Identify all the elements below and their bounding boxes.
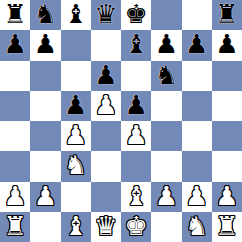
square-h5[interactable] [212,91,242,121]
square-b7[interactable]: ♟ [30,30,60,60]
white-pawn[interactable]: ♟ [215,183,238,209]
white-bishop[interactable]: ♝ [124,183,147,209]
square-f1[interactable] [151,212,181,242]
square-d6[interactable]: ♟ [91,61,121,91]
black-pawn[interactable]: ♟ [185,31,208,57]
square-a2[interactable]: ♟ [0,182,30,212]
white-pawn[interactable]: ♟ [3,183,26,209]
square-e7[interactable]: ♝ [121,30,151,60]
square-c7[interactable] [61,30,91,60]
white-pawn[interactable]: ♟ [155,183,178,209]
square-h4[interactable] [212,121,242,151]
square-c4[interactable]: ♟ [61,121,91,151]
square-c1[interactable]: ♝ [61,212,91,242]
square-g5[interactable] [182,91,212,121]
square-b2[interactable]: ♟ [30,182,60,212]
black-pawn[interactable]: ♟ [215,31,238,57]
square-c8[interactable]: ♝ [61,0,91,30]
square-g7[interactable]: ♟ [182,30,212,60]
black-knight[interactable]: ♞ [155,62,178,88]
square-c5[interactable]: ♟ [61,91,91,121]
square-e5[interactable]: ♟ [121,91,151,121]
square-f7[interactable]: ♟ [151,30,181,60]
square-c3[interactable]: ♞ [61,151,91,181]
square-f3[interactable] [151,151,181,181]
white-queen[interactable]: ♛ [94,213,117,239]
square-h3[interactable] [212,151,242,181]
square-f4[interactable] [151,121,181,151]
square-d7[interactable] [91,30,121,60]
white-pawn[interactable]: ♟ [94,92,117,118]
black-king[interactable]: ♚ [124,1,147,27]
square-b8[interactable]: ♞ [30,0,60,30]
square-a4[interactable] [0,121,30,151]
black-rook[interactable]: ♜ [3,1,26,27]
square-f8[interactable] [151,0,181,30]
square-h8[interactable]: ♜ [212,0,242,30]
square-d2[interactable] [91,182,121,212]
black-bishop[interactable]: ♝ [124,31,147,57]
white-pawn[interactable]: ♟ [124,122,147,148]
square-d5[interactable]: ♟ [91,91,121,121]
square-h1[interactable]: ♜ [212,212,242,242]
square-a3[interactable] [0,151,30,181]
square-e1[interactable]: ♚ [121,212,151,242]
black-bishop[interactable]: ♝ [64,1,87,27]
square-h2[interactable]: ♟ [212,182,242,212]
square-e6[interactable] [121,61,151,91]
square-g3[interactable] [182,151,212,181]
black-pawn[interactable]: ♟ [3,31,26,57]
square-e8[interactable]: ♚ [121,0,151,30]
white-knight[interactable]: ♞ [64,152,87,178]
white-pawn[interactable]: ♟ [64,122,87,148]
square-b1[interactable] [30,212,60,242]
white-knight[interactable]: ♞ [185,213,208,239]
square-b6[interactable] [30,61,60,91]
white-bishop[interactable]: ♝ [64,213,87,239]
square-a7[interactable]: ♟ [0,30,30,60]
black-pawn[interactable]: ♟ [64,92,87,118]
square-f6[interactable]: ♞ [151,61,181,91]
square-g2[interactable]: ♟ [182,182,212,212]
square-h7[interactable]: ♟ [212,30,242,60]
black-pawn[interactable]: ♟ [94,62,117,88]
square-c2[interactable] [61,182,91,212]
white-pawn[interactable]: ♟ [34,183,57,209]
square-f5[interactable] [151,91,181,121]
black-knight[interactable]: ♞ [34,1,57,27]
square-e3[interactable] [121,151,151,181]
black-queen[interactable]: ♛ [94,1,117,27]
chess-board: ♜♞♝♛♚♜♟♟♝♟♟♟♟♞♟♟♟♟♟♞♟♟♝♟♟♟♜♝♛♚♞♜ [0,0,242,242]
square-d8[interactable]: ♛ [91,0,121,30]
black-pawn[interactable]: ♟ [34,31,57,57]
white-king[interactable]: ♚ [124,213,147,239]
white-rook[interactable]: ♜ [215,213,238,239]
black-pawn[interactable]: ♟ [155,31,178,57]
white-pawn[interactable]: ♟ [185,183,208,209]
square-g8[interactable] [182,0,212,30]
square-h6[interactable] [212,61,242,91]
square-f2[interactable]: ♟ [151,182,181,212]
square-d4[interactable] [91,121,121,151]
square-e2[interactable]: ♝ [121,182,151,212]
black-rook[interactable]: ♜ [215,1,238,27]
square-a1[interactable]: ♜ [0,212,30,242]
square-a5[interactable] [0,91,30,121]
black-pawn[interactable]: ♟ [124,92,147,118]
square-b4[interactable] [30,121,60,151]
square-d3[interactable] [91,151,121,181]
square-g1[interactable]: ♞ [182,212,212,242]
square-a6[interactable] [0,61,30,91]
square-d1[interactable]: ♛ [91,212,121,242]
square-b5[interactable] [30,91,60,121]
square-b3[interactable] [30,151,60,181]
white-rook[interactable]: ♜ [3,213,26,239]
square-g6[interactable] [182,61,212,91]
square-c6[interactable] [61,61,91,91]
square-a8[interactable]: ♜ [0,0,30,30]
square-e4[interactable]: ♟ [121,121,151,151]
square-g4[interactable] [182,121,212,151]
